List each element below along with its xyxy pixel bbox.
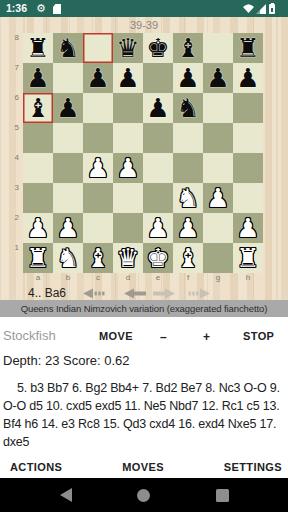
chess-board: ♜♞♛♚♝♜♟♟♟♟♟♟♝♟♟♞♟♟♞♟♟♟♟♟♟♜♞♝♛♚♝♜ xyxy=(23,33,263,273)
piece-wN: ♞ xyxy=(53,243,83,273)
rank-label-7: 7 xyxy=(0,63,23,93)
square-h6[interactable] xyxy=(233,93,263,123)
square-a7[interactable]: ♟ xyxy=(23,63,53,93)
board-area: 39-39 87654321 ♜♞♛♚♝♜♟♟♟♟♟♟♝♟♟♞♟♟♞♟♟♟♟♟♟… xyxy=(0,17,288,300)
bottom-tabs: ACTIONS MOVES SETTINGS xyxy=(0,461,288,473)
chess-app-screen: 1:36 ⚙ 39-39 87654321 ♜♞♛♚♝♜♟♟♟♟♟♟♝♟♟♞♟♟… xyxy=(0,0,288,512)
decrease-button[interactable]: – xyxy=(160,330,167,344)
square-f6[interactable]: ♞ xyxy=(173,93,203,123)
rank-label-3: 3 xyxy=(0,183,23,213)
engine-status: Depth: 23 Score: 0.62 xyxy=(3,353,129,368)
piece-wR: ♜ xyxy=(233,243,263,273)
file-labels: abcdefgh xyxy=(23,273,263,283)
piece-wN: ♞ xyxy=(173,183,203,213)
square-h8[interactable]: ♜ xyxy=(233,33,263,63)
square-a8[interactable]: ♜ xyxy=(23,33,53,63)
signal-icon xyxy=(256,4,266,14)
rank-label-8: 8 xyxy=(0,33,23,63)
piece-bP: ♟ xyxy=(233,63,263,93)
square-e7[interactable] xyxy=(143,63,173,93)
piece-wP: ♟ xyxy=(113,153,143,183)
square-a2[interactable]: ♟ xyxy=(23,213,53,243)
square-b6[interactable]: ♟ xyxy=(53,93,83,123)
piece-wR: ♜ xyxy=(23,243,53,273)
square-d2[interactable] xyxy=(113,213,143,243)
piece-wP: ♟ xyxy=(143,213,173,243)
square-f8[interactable]: ♝ xyxy=(173,33,203,63)
piece-bP: ♟ xyxy=(143,93,173,123)
rank-labels: 87654321 xyxy=(0,33,23,273)
square-d3[interactable] xyxy=(113,183,143,213)
file-label-b: b xyxy=(53,273,83,283)
square-b1[interactable]: ♞ xyxy=(53,243,83,273)
square-b8[interactable]: ♞ xyxy=(53,33,83,63)
square-h7[interactable]: ♟ xyxy=(233,63,263,93)
square-g8[interactable] xyxy=(203,33,233,63)
piece-bP: ♟ xyxy=(53,93,83,123)
piece-wB: ♝ xyxy=(173,243,203,273)
piece-wP: ♟ xyxy=(173,213,203,243)
tab-settings[interactable]: SETTINGS xyxy=(224,461,282,473)
square-c7[interactable]: ♟ xyxy=(83,63,113,93)
back-to-start-icon[interactable] xyxy=(83,288,107,299)
square-c1[interactable]: ♝ xyxy=(83,243,113,273)
square-f2[interactable]: ♟ xyxy=(173,213,203,243)
square-e5[interactable] xyxy=(143,123,173,153)
home-icon[interactable] xyxy=(137,489,150,502)
square-a1[interactable]: ♜ xyxy=(23,243,53,273)
square-b2[interactable]: ♟ xyxy=(53,213,83,243)
file-label-h: h xyxy=(233,273,263,283)
rank-label-4: 4 xyxy=(0,153,23,183)
piece-wP: ♟ xyxy=(53,213,83,243)
square-g1[interactable] xyxy=(203,243,233,273)
rank-label-2: 2 xyxy=(0,213,23,243)
square-g5[interactable] xyxy=(203,123,233,153)
square-e1[interactable]: ♚ xyxy=(143,243,173,273)
square-f1[interactable]: ♝ xyxy=(173,243,203,273)
square-c8[interactable] xyxy=(83,33,113,63)
stop-button[interactable]: STOP xyxy=(243,330,274,342)
square-d5[interactable] xyxy=(113,123,143,153)
square-f5[interactable] xyxy=(173,123,203,153)
piece-bQ: ♛ xyxy=(113,33,143,63)
battery-icon xyxy=(269,4,275,14)
piece-bP: ♟ xyxy=(23,63,53,93)
rank-label-5: 5 xyxy=(0,123,23,153)
square-e6[interactable]: ♟ xyxy=(143,93,173,123)
forward-icon[interactable] xyxy=(151,288,175,299)
piece-bN: ♞ xyxy=(53,33,83,63)
piece-bP: ♟ xyxy=(113,63,143,93)
piece-bP: ♟ xyxy=(203,63,233,93)
square-b3[interactable] xyxy=(53,183,83,213)
piece-bR: ♜ xyxy=(233,33,263,63)
square-g7[interactable]: ♟ xyxy=(203,63,233,93)
square-a6[interactable]: ♝ xyxy=(23,93,53,123)
square-h4[interactable] xyxy=(233,153,263,183)
engine-selector[interactable]: Stockfish xyxy=(3,328,56,343)
square-a5[interactable] xyxy=(23,123,53,153)
current-move-label: 4.. Ba6 xyxy=(28,286,66,300)
file-label-e: e xyxy=(143,273,173,283)
square-g6[interactable] xyxy=(203,93,233,123)
rank-label-1: 1 xyxy=(0,243,23,273)
sd-card-icon xyxy=(53,4,61,14)
square-c6[interactable] xyxy=(83,93,113,123)
square-d4[interactable]: ♟ xyxy=(113,153,143,183)
back-icon[interactable] xyxy=(60,488,72,502)
gear-icon: ⚙ xyxy=(36,0,46,17)
piece-bP: ♟ xyxy=(83,63,113,93)
square-b7[interactable] xyxy=(53,63,83,93)
square-e3[interactable] xyxy=(143,183,173,213)
square-a3[interactable] xyxy=(23,183,53,213)
square-c5[interactable] xyxy=(83,123,113,153)
piece-bB: ♝ xyxy=(173,33,203,63)
piece-wP: ♟ xyxy=(203,183,233,213)
tab-actions[interactable]: ACTIONS xyxy=(10,461,62,473)
square-g2[interactable] xyxy=(203,213,233,243)
square-b5[interactable] xyxy=(53,123,83,153)
wifi-icon xyxy=(243,4,254,13)
analysis-panel: Stockfish MOVE – + STOP Depth: 23 Score:… xyxy=(0,317,288,478)
square-c3[interactable] xyxy=(83,183,113,213)
piece-wP: ♟ xyxy=(23,213,53,243)
file-label-d: d xyxy=(113,273,143,283)
status-time: 1:36 xyxy=(6,0,27,17)
square-h3[interactable] xyxy=(233,183,263,213)
square-g3[interactable]: ♟ xyxy=(203,183,233,213)
square-h2[interactable]: ♟ xyxy=(233,213,263,243)
square-h5[interactable] xyxy=(233,123,263,153)
file-label-c: c xyxy=(83,273,113,283)
square-f3[interactable]: ♞ xyxy=(173,183,203,213)
principal-variation: 5. b3 Bb7 6. Bg2 Bb4+ 7. Bd2 Be7 8. Nc3 … xyxy=(0,379,288,451)
file-label-a: a xyxy=(23,273,53,283)
square-a4[interactable] xyxy=(23,153,53,183)
square-d7[interactable]: ♟ xyxy=(113,63,143,93)
square-d6[interactable] xyxy=(113,93,143,123)
tab-moves[interactable]: MOVES xyxy=(122,461,164,473)
piece-wB: ♝ xyxy=(83,243,113,273)
square-e2[interactable]: ♟ xyxy=(143,213,173,243)
piece-bB: ♝ xyxy=(23,93,53,123)
opening-name-banner: Queens Indian Nimzovich variation (exagg… xyxy=(0,300,288,317)
forward-to-end-icon[interactable] xyxy=(186,288,210,299)
increase-button[interactable]: + xyxy=(203,330,210,344)
piece-bK: ♚ xyxy=(143,33,173,63)
square-d8[interactable]: ♛ xyxy=(113,33,143,63)
piece-wP: ♟ xyxy=(233,213,263,243)
rank-label-6: 6 xyxy=(0,93,23,123)
square-f7[interactable]: ♟ xyxy=(173,63,203,93)
piece-wP: ♟ xyxy=(83,153,113,183)
square-e8[interactable]: ♚ xyxy=(143,33,173,63)
piece-bN: ♞ xyxy=(173,93,203,123)
square-g4[interactable] xyxy=(203,153,233,183)
square-e4[interactable] xyxy=(143,153,173,183)
piece-wQ: ♛ xyxy=(113,243,143,273)
file-label-g: g xyxy=(203,273,233,283)
material-score: 39-39 xyxy=(0,17,288,32)
square-c2[interactable] xyxy=(83,213,113,243)
square-b4[interactable] xyxy=(53,153,83,183)
move-button[interactable]: MOVE xyxy=(99,330,133,342)
status-bar: 1:36 ⚙ xyxy=(0,0,288,17)
back-icon[interactable] xyxy=(124,288,148,299)
piece-bP: ♟ xyxy=(173,63,203,93)
square-c4[interactable]: ♟ xyxy=(83,153,113,183)
android-nav-bar xyxy=(0,478,288,512)
file-label-f: f xyxy=(173,273,203,283)
square-h1[interactable]: ♜ xyxy=(233,243,263,273)
square-f4[interactable] xyxy=(173,153,203,183)
square-d1[interactable]: ♛ xyxy=(113,243,143,273)
piece-wK: ♚ xyxy=(143,243,173,273)
piece-bR: ♜ xyxy=(23,33,53,63)
recents-icon[interactable] xyxy=(216,489,229,502)
